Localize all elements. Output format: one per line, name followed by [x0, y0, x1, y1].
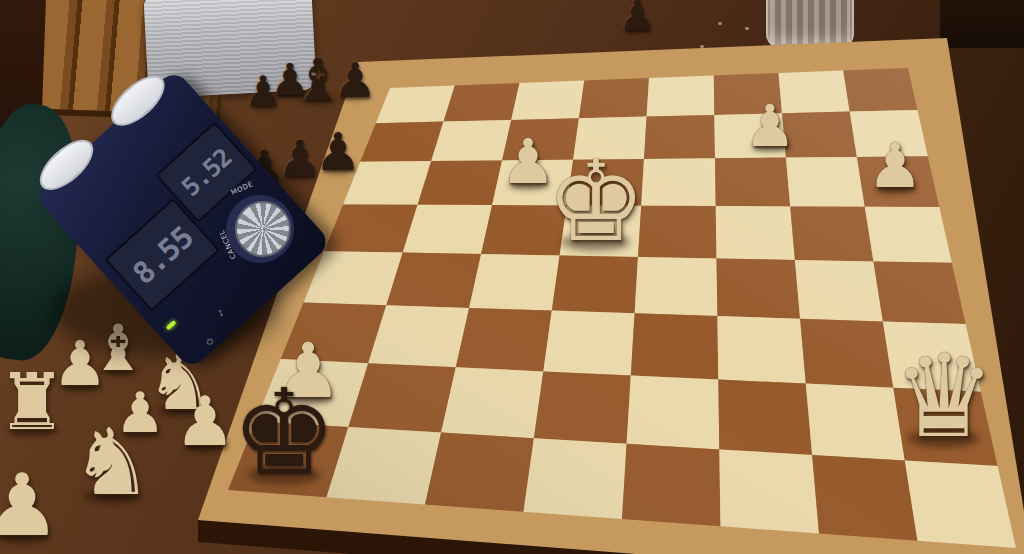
- piece-black-pawn-table[interactable]: ♟: [618, 0, 656, 37]
- clock-time-right: 5.52: [176, 143, 237, 202]
- piece-white-king-d5[interactable]: ♚: [546, 145, 646, 257]
- piece-white-pawn-h6[interactable]: ♟: [867, 135, 923, 197]
- captured-white-knight-6[interactable]: ♞: [71, 417, 153, 509]
- captured-white-pawn-7[interactable]: ♟: [0, 462, 61, 548]
- clock-time-left: 8.55: [125, 219, 199, 291]
- power-icon: ⏻: [205, 336, 216, 348]
- status-led: [166, 320, 177, 330]
- piece-white-queen-h2[interactable]: ♛: [892, 339, 995, 454]
- chess-clock: 8.55 5.52 CANCEL MODE ♪ ⏻: [30, 70, 330, 370]
- piece-black-king-a1[interactable]: ♚: [231, 373, 337, 491]
- sound-icon: ♪: [216, 308, 226, 318]
- piece-white-pawn-f7[interactable]: ♟: [744, 97, 796, 155]
- clock-plunger-left[interactable]: [31, 131, 101, 199]
- captured-white-rook-3[interactable]: ♜: [0, 363, 67, 441]
- captured-white-pawn-5[interactable]: ♟: [175, 388, 236, 456]
- clock-plunger-right[interactable]: [103, 67, 173, 135]
